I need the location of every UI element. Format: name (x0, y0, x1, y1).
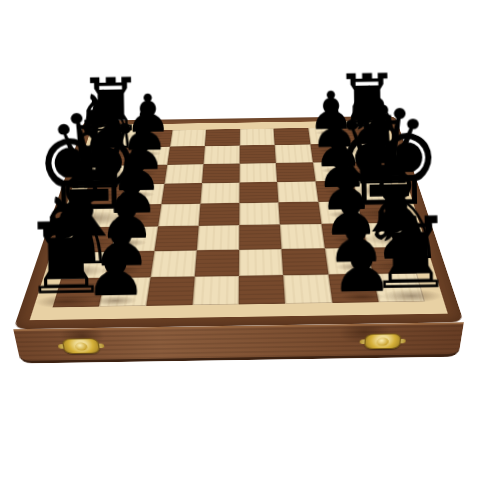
square-b6[interactable] (167, 146, 205, 164)
square-f5[interactable] (197, 225, 240, 250)
square-d4[interactable] (239, 182, 278, 203)
black-pawn-h7[interactable]: ♟ (80, 234, 151, 298)
square-a6[interactable] (170, 130, 206, 147)
chess-set-photo: ♜♟♟♜♞♟♟♞♝♟♟♝♛♟♟♛♚♟♟♚♝♟♟♝♞♟♟♞♜♟♟♜ (0, 0, 480, 480)
square-c3[interactable] (276, 162, 315, 182)
square-e5[interactable] (198, 203, 239, 226)
square-e3[interactable] (279, 202, 321, 225)
square-c5[interactable] (202, 163, 240, 183)
square-d6[interactable] (161, 183, 202, 204)
square-h4[interactable] (239, 275, 286, 304)
black-pawn-glyph: ♟ (83, 234, 147, 305)
square-g3[interactable] (282, 248, 328, 275)
square-c6[interactable] (164, 164, 203, 184)
square-f4[interactable] (239, 225, 282, 250)
square-b3[interactable] (275, 145, 313, 163)
square-a5[interactable] (205, 129, 240, 146)
perspective-scene: ♜♟♟♜♞♟♟♞♝♟♟♝♛♟♟♛♚♟♟♚♝♟♟♝♞♟♟♞♜♟♟♜ (0, 0, 480, 480)
square-d3[interactable] (277, 181, 318, 202)
square-a3[interactable] (274, 128, 310, 145)
brass-latch-right-icon (364, 333, 402, 349)
square-f6[interactable] (154, 226, 198, 251)
square-d5[interactable] (200, 182, 239, 203)
black-pawn-h2[interactable]: ♟ (326, 231, 397, 295)
photo-tilt-wrapper: ♜♟♟♜♞♟♟♞♝♟♟♝♛♟♟♛♚♟♟♚♝♟♟♝♞♟♟♞♜♟♟♜ (0, 0, 480, 480)
square-h3[interactable] (283, 274, 331, 303)
square-g4[interactable] (239, 249, 283, 276)
square-g6[interactable] (150, 250, 197, 277)
square-b4[interactable] (240, 145, 276, 163)
brass-latch-left-icon (61, 338, 100, 354)
chess-board: ♜♟♟♜♞♟♟♞♝♟♟♝♛♟♟♛♚♟♟♚♝♟♟♝♞♟♟♞♜♟♟♜ (13, 116, 464, 329)
square-h5[interactable] (192, 276, 239, 305)
square-h6[interactable] (146, 276, 195, 305)
black-pawn-glyph: ♟ (329, 231, 393, 302)
square-e4[interactable] (239, 202, 280, 225)
square-a4[interactable] (240, 129, 275, 146)
square-e6[interactable] (158, 204, 201, 227)
square-c4[interactable] (240, 163, 278, 183)
square-f3[interactable] (280, 224, 324, 249)
box-front-face (13, 322, 464, 363)
square-b5[interactable] (203, 146, 240, 164)
square-g5[interactable] (194, 249, 239, 276)
